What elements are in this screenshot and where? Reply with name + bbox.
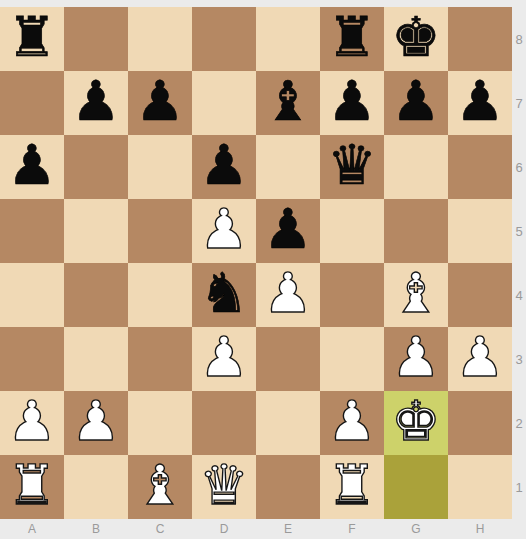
square-h4[interactable] [448,263,512,327]
square-d8[interactable] [192,7,256,71]
square-g2[interactable]: ♚ [384,391,448,455]
square-c5[interactable] [128,199,192,263]
square-g5[interactable] [384,199,448,263]
piece-black-rook[interactable]: ♜ [327,5,376,69]
file-label-g: G [384,519,448,539]
square-h1[interactable] [448,455,512,519]
piece-black-pawn[interactable]: ♟ [263,197,312,261]
square-b6[interactable] [64,135,128,199]
square-b1[interactable] [64,455,128,519]
rank-label-2: 2 [512,391,526,455]
piece-black-queen[interactable]: ♛ [327,133,376,197]
square-f3[interactable] [320,327,384,391]
square-a5[interactable] [0,199,64,263]
square-c8[interactable] [128,7,192,71]
square-g7[interactable]: ♟ [384,71,448,135]
square-b8[interactable] [64,7,128,71]
rank-coordinates: 87654321 [512,7,526,519]
rank-label-6: 6 [512,135,526,199]
rank-label-4: 4 [512,263,526,327]
file-label-d: D [192,519,256,539]
square-g1[interactable] [384,455,448,519]
square-f1[interactable]: ♜ [320,455,384,519]
square-a7[interactable] [0,71,64,135]
square-e7[interactable]: ♝ [256,71,320,135]
piece-black-king[interactable]: ♚ [391,5,440,69]
square-d4[interactable]: ♞ [192,263,256,327]
square-a8[interactable]: ♜ [0,7,64,71]
piece-white-pawn[interactable]: ♟ [199,325,248,389]
square-g3[interactable]: ♟ [384,327,448,391]
square-a2[interactable]: ♟ [0,391,64,455]
square-a4[interactable] [0,263,64,327]
square-e2[interactable] [256,391,320,455]
rank-label-1: 1 [512,455,526,519]
square-c1[interactable]: ♝ [128,455,192,519]
square-f5[interactable] [320,199,384,263]
rank-label-8: 8 [512,7,526,71]
file-coordinates: ABCDEFGH [0,519,512,539]
square-e4[interactable]: ♟ [256,263,320,327]
piece-black-pawn[interactable]: ♟ [71,69,120,133]
piece-black-rook[interactable]: ♜ [7,5,56,69]
square-f8[interactable]: ♜ [320,7,384,71]
piece-white-pawn[interactable]: ♟ [263,261,312,325]
piece-white-bishop[interactable]: ♝ [135,453,184,517]
square-e1[interactable] [256,455,320,519]
square-h6[interactable] [448,135,512,199]
chess-board: ♜♜♚♟♟♝♟♟♟♟♟♛♟♟♞♟♝♟♟♟♟♟♟♚♜♝♛♜ [0,7,512,519]
piece-white-rook[interactable]: ♜ [327,453,376,517]
square-d3[interactable]: ♟ [192,327,256,391]
piece-black-pawn[interactable]: ♟ [455,69,504,133]
square-f6[interactable]: ♛ [320,135,384,199]
piece-white-pawn[interactable]: ♟ [327,389,376,453]
square-b4[interactable] [64,263,128,327]
top-margin [0,0,526,7]
square-h8[interactable] [448,7,512,71]
piece-black-bishop[interactable]: ♝ [263,69,312,133]
square-e6[interactable] [256,135,320,199]
square-c3[interactable] [128,327,192,391]
square-a6[interactable]: ♟ [0,135,64,199]
file-label-c: C [128,519,192,539]
square-f7[interactable]: ♟ [320,71,384,135]
square-e8[interactable] [256,7,320,71]
file-label-b: B [64,519,128,539]
piece-black-pawn[interactable]: ♟ [327,69,376,133]
piece-black-pawn[interactable]: ♟ [391,69,440,133]
square-h7[interactable]: ♟ [448,71,512,135]
piece-white-king[interactable]: ♚ [391,389,440,453]
square-f2[interactable]: ♟ [320,391,384,455]
square-c4[interactable] [128,263,192,327]
piece-white-rook[interactable]: ♜ [7,453,56,517]
square-d1[interactable]: ♛ [192,455,256,519]
file-label-e: E [256,519,320,539]
square-a3[interactable] [0,327,64,391]
piece-black-pawn[interactable]: ♟ [7,133,56,197]
file-label-a: A [0,519,64,539]
square-d7[interactable] [192,71,256,135]
piece-white-bishop[interactable]: ♝ [391,261,440,325]
file-label-h: H [448,519,512,539]
square-g6[interactable] [384,135,448,199]
square-h3[interactable]: ♟ [448,327,512,391]
square-d2[interactable] [192,391,256,455]
piece-white-pawn[interactable]: ♟ [199,197,248,261]
square-d6[interactable]: ♟ [192,135,256,199]
square-e5[interactable]: ♟ [256,199,320,263]
square-d5[interactable]: ♟ [192,199,256,263]
piece-white-pawn[interactable]: ♟ [71,389,120,453]
rank-label-5: 5 [512,199,526,263]
square-c6[interactable] [128,135,192,199]
square-c7[interactable]: ♟ [128,71,192,135]
rank-label-7: 7 [512,71,526,135]
square-e3[interactable] [256,327,320,391]
square-c2[interactable] [128,391,192,455]
square-h5[interactable] [448,199,512,263]
piece-white-pawn[interactable]: ♟ [7,389,56,453]
square-g8[interactable]: ♚ [384,7,448,71]
square-f4[interactable] [320,263,384,327]
square-b7[interactable]: ♟ [64,71,128,135]
chess-board-page: ♜♜♚♟♟♝♟♟♟♟♟♛♟♟♞♟♝♟♟♟♟♟♟♚♜♝♛♜ 87654321 AB… [0,0,526,539]
piece-white-queen[interactable]: ♛ [199,453,248,517]
piece-white-pawn[interactable]: ♟ [391,325,440,389]
piece-black-pawn[interactable]: ♟ [135,69,184,133]
square-a1[interactable]: ♜ [0,455,64,519]
square-h2[interactable] [448,391,512,455]
file-label-f: F [320,519,384,539]
square-b2[interactable]: ♟ [64,391,128,455]
rank-label-3: 3 [512,327,526,391]
square-g4[interactable]: ♝ [384,263,448,327]
square-b5[interactable] [64,199,128,263]
piece-white-pawn[interactable]: ♟ [455,325,504,389]
square-b3[interactable] [64,327,128,391]
piece-black-knight[interactable]: ♞ [199,261,248,325]
piece-black-pawn[interactable]: ♟ [199,133,248,197]
